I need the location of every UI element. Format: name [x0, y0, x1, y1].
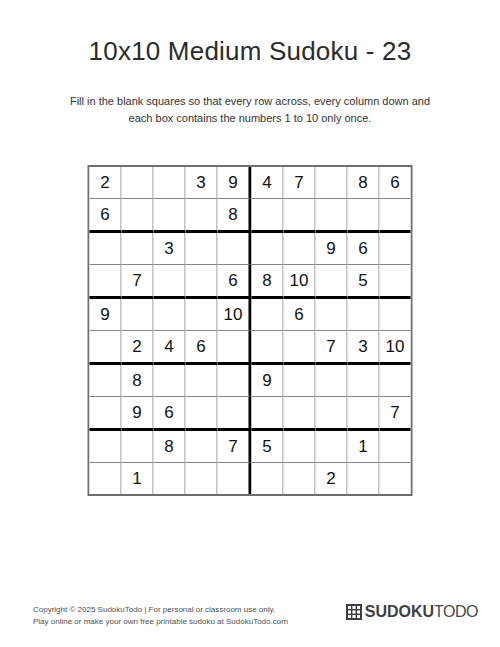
cell-r7c6: 9: [252, 365, 284, 397]
cell-r1c1: 2: [90, 167, 122, 199]
cell-r3c10: [380, 233, 411, 265]
cell-r3c1: [90, 233, 122, 265]
cell-r5c7: 6: [284, 299, 316, 331]
cell-r9c3: 8: [154, 431, 186, 463]
logo-text-todo: TODO: [434, 603, 478, 621]
cell-r3c4: [186, 233, 218, 265]
cell-r4c4: [186, 265, 218, 299]
cell-r3c8: 9: [316, 233, 348, 265]
cell-r6c10: 10: [380, 331, 411, 365]
cell-r1c7: 7: [284, 167, 316, 199]
printable-sudoku-page: 10x10 Medium Sudoku - 23 Fill in the bla…: [0, 0, 500, 647]
cell-r2c8: [316, 199, 348, 233]
cell-r4c7: 10: [284, 265, 316, 299]
cell-r2c6: [252, 199, 284, 233]
cell-r3c9: 6: [348, 233, 380, 265]
cell-r6c8: 7: [316, 331, 348, 365]
cell-r1c2: [122, 167, 154, 199]
cell-r6c5: [218, 331, 252, 365]
cell-r4c9: 5: [348, 265, 380, 299]
cell-r2c5: 8: [218, 199, 252, 233]
cell-r6c6: [252, 331, 284, 365]
cell-r10c2: 1: [122, 463, 154, 494]
cell-r9c1: [90, 431, 122, 463]
cell-r3c2: [122, 233, 154, 265]
cell-r5c9: [348, 299, 380, 331]
sudoku-board: 2394786683967681059106246731089967875112: [88, 165, 413, 496]
logo-text-sudoku: SUDOKU: [365, 603, 434, 621]
cell-r8c2: 9: [122, 397, 154, 431]
cell-r9c7: [284, 431, 316, 463]
cell-r1c3: [154, 167, 186, 199]
cell-r1c6: 4: [252, 167, 284, 199]
cell-r7c3: [154, 365, 186, 397]
cell-r5c5: 10: [218, 299, 252, 331]
cell-r8c4: [186, 397, 218, 431]
cell-r7c1: [90, 365, 122, 397]
cell-r10c3: [154, 463, 186, 494]
cell-r4c1: [90, 265, 122, 299]
footer-line-2: Play online or make your own free printa…: [33, 617, 288, 626]
cell-r5c8: [316, 299, 348, 331]
cell-r7c5: [218, 365, 252, 397]
cell-r10c7: [284, 463, 316, 494]
cell-r8c3: 6: [154, 397, 186, 431]
cell-r3c3: 3: [154, 233, 186, 265]
cell-r7c8: [316, 365, 348, 397]
cell-r9c2: [122, 431, 154, 463]
cell-r6c4: 6: [186, 331, 218, 365]
footer-copyright: Copyright © 2025 SudokuTodo | For person…: [33, 604, 288, 628]
cell-r8c9: [348, 397, 380, 431]
cell-r2c7: [284, 199, 316, 233]
cell-r5c1: 9: [90, 299, 122, 331]
cell-r2c3: [154, 199, 186, 233]
cell-r9c6: 5: [252, 431, 284, 463]
cell-r8c5: [218, 397, 252, 431]
cell-r10c9: [348, 463, 380, 494]
cell-r1c9: 8: [348, 167, 380, 199]
cell-r7c2: 8: [122, 365, 154, 397]
cell-r8c8: [316, 397, 348, 431]
cell-r1c4: 3: [186, 167, 218, 199]
cell-r10c4: [186, 463, 218, 494]
instructions-line-2: each box contains the numbers 1 to 10 on…: [129, 112, 372, 124]
cell-r8c10: 7: [380, 397, 411, 431]
instructions-line-1: Fill in the blank squares so that every …: [70, 95, 430, 107]
cell-r1c5: 9: [218, 167, 252, 199]
cell-r10c6: [252, 463, 284, 494]
cell-r10c5: [218, 463, 252, 494]
cell-r1c10: 6: [380, 167, 411, 199]
cell-r6c9: 3: [348, 331, 380, 365]
cell-r9c9: 1: [348, 431, 380, 463]
cell-r3c6: [252, 233, 284, 265]
cell-r5c6: [252, 299, 284, 331]
cell-r5c3: [154, 299, 186, 331]
cell-r7c10: [380, 365, 411, 397]
cell-r9c4: [186, 431, 218, 463]
cell-r2c9: [348, 199, 380, 233]
cell-r9c8: [316, 431, 348, 463]
cell-r8c1: [90, 397, 122, 431]
cell-r6c3: 4: [154, 331, 186, 365]
cell-r2c4: [186, 199, 218, 233]
cell-r2c1: 6: [90, 199, 122, 233]
cell-r5c2: [122, 299, 154, 331]
page-title: 10x10 Medium Sudoku - 23: [0, 36, 500, 67]
cell-r2c10: [380, 199, 411, 233]
cell-r9c10: [380, 431, 411, 463]
cell-r1c8: [316, 167, 348, 199]
cell-r2c2: [122, 199, 154, 233]
cell-r4c10: [380, 265, 411, 299]
instructions: Fill in the blank squares so that every …: [0, 93, 500, 127]
cell-r6c2: 2: [122, 331, 154, 365]
cell-r8c6: [252, 397, 284, 431]
cell-r6c7: [284, 331, 316, 365]
cell-r6c1: [90, 331, 122, 365]
cell-r4c5: 6: [218, 265, 252, 299]
cell-r4c2: 7: [122, 265, 154, 299]
cell-r4c3: [154, 265, 186, 299]
sudokutodo-logo: SUDOKUTODO: [346, 602, 478, 622]
cell-r3c7: [284, 233, 316, 265]
cell-r10c10: [380, 463, 411, 494]
cell-r5c10: [380, 299, 411, 331]
cell-r7c9: [348, 365, 380, 397]
cell-r4c6: 8: [252, 265, 284, 299]
cell-r7c4: [186, 365, 218, 397]
sudoku-grid-icon: [346, 604, 362, 620]
cell-r8c7: [284, 397, 316, 431]
cell-r3c5: [218, 233, 252, 265]
cell-r7c7: [284, 365, 316, 397]
cell-r4c8: [316, 265, 348, 299]
cell-r10c1: [90, 463, 122, 494]
footer-line-1: Copyright © 2025 SudokuTodo | For person…: [33, 605, 275, 614]
cell-r10c8: 2: [316, 463, 348, 494]
cell-r5c4: [186, 299, 218, 331]
cell-r9c5: 7: [218, 431, 252, 463]
